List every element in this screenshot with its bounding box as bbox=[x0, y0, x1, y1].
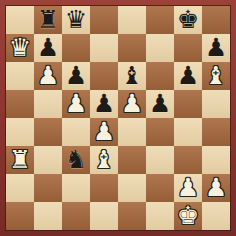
square-h1[interactable] bbox=[202, 202, 230, 230]
square-d4[interactable]: ♟ bbox=[90, 118, 118, 146]
square-g3[interactable] bbox=[174, 146, 202, 174]
square-e7[interactable] bbox=[118, 34, 146, 62]
square-b1[interactable] bbox=[34, 202, 62, 230]
square-b6[interactable]: ♟ bbox=[34, 62, 62, 90]
piece-black-knight: ♞ bbox=[62, 146, 90, 174]
square-a6[interactable] bbox=[6, 62, 34, 90]
square-f1[interactable] bbox=[146, 202, 174, 230]
square-c4[interactable] bbox=[62, 118, 90, 146]
square-f4[interactable] bbox=[146, 118, 174, 146]
square-f5[interactable]: ♟ bbox=[146, 90, 174, 118]
square-d6[interactable] bbox=[90, 62, 118, 90]
piece-white-bishop: ♝ bbox=[202, 62, 230, 90]
square-h3[interactable] bbox=[202, 146, 230, 174]
piece-white-queen: ♛ bbox=[6, 34, 34, 62]
piece-white-pawn: ♟ bbox=[118, 90, 146, 118]
square-g5[interactable] bbox=[174, 90, 202, 118]
square-g7[interactable] bbox=[174, 34, 202, 62]
piece-black-pawn: ♟ bbox=[146, 90, 174, 118]
square-b8[interactable]: ♜ bbox=[34, 6, 62, 34]
piece-white-pawn: ♟ bbox=[202, 174, 230, 202]
square-d3[interactable]: ♝ bbox=[90, 146, 118, 174]
square-a7[interactable]: ♛ bbox=[6, 34, 34, 62]
square-e6[interactable]: ♝ bbox=[118, 62, 146, 90]
square-a4[interactable] bbox=[6, 118, 34, 146]
square-a3[interactable]: ♜ bbox=[6, 146, 34, 174]
square-a1[interactable] bbox=[6, 202, 34, 230]
piece-black-pawn: ♟ bbox=[202, 34, 230, 62]
piece-white-pawn: ♟ bbox=[34, 62, 62, 90]
square-a8[interactable] bbox=[6, 6, 34, 34]
square-d2[interactable] bbox=[90, 174, 118, 202]
piece-black-pawn: ♟ bbox=[62, 62, 90, 90]
square-c2[interactable] bbox=[62, 174, 90, 202]
square-e2[interactable] bbox=[118, 174, 146, 202]
square-e3[interactable] bbox=[118, 146, 146, 174]
piece-white-rook: ♜ bbox=[6, 146, 34, 174]
piece-white-pawn: ♟ bbox=[90, 118, 118, 146]
square-f3[interactable] bbox=[146, 146, 174, 174]
square-h4[interactable] bbox=[202, 118, 230, 146]
square-c7[interactable] bbox=[62, 34, 90, 62]
board-frame: ♜♛♚♛♟♟♟♟♝♟♝♟♟♟♟♟♜♞♝♟♟♚ bbox=[0, 0, 236, 236]
square-a5[interactable] bbox=[6, 90, 34, 118]
square-g4[interactable] bbox=[174, 118, 202, 146]
square-h5[interactable] bbox=[202, 90, 230, 118]
square-b2[interactable] bbox=[34, 174, 62, 202]
square-h7[interactable]: ♟ bbox=[202, 34, 230, 62]
square-c1[interactable] bbox=[62, 202, 90, 230]
piece-black-pawn: ♟ bbox=[34, 34, 62, 62]
square-g1[interactable]: ♚ bbox=[174, 202, 202, 230]
piece-white-pawn: ♟ bbox=[62, 90, 90, 118]
piece-black-pawn: ♟ bbox=[90, 90, 118, 118]
square-a2[interactable] bbox=[6, 174, 34, 202]
square-c5[interactable]: ♟ bbox=[62, 90, 90, 118]
square-b5[interactable] bbox=[34, 90, 62, 118]
piece-black-rook: ♜ bbox=[34, 6, 62, 34]
square-d1[interactable] bbox=[90, 202, 118, 230]
square-b4[interactable] bbox=[34, 118, 62, 146]
square-g2[interactable]: ♟ bbox=[174, 174, 202, 202]
square-d5[interactable]: ♟ bbox=[90, 90, 118, 118]
square-h2[interactable]: ♟ bbox=[202, 174, 230, 202]
piece-black-bishop: ♝ bbox=[118, 62, 146, 90]
square-h8[interactable] bbox=[202, 6, 230, 34]
square-g8[interactable]: ♚ bbox=[174, 6, 202, 34]
piece-white-pawn: ♟ bbox=[174, 174, 202, 202]
square-e5[interactable]: ♟ bbox=[118, 90, 146, 118]
piece-white-bishop: ♝ bbox=[90, 146, 118, 174]
square-e8[interactable] bbox=[118, 6, 146, 34]
chess-board: ♜♛♚♛♟♟♟♟♝♟♝♟♟♟♟♟♜♞♝♟♟♚ bbox=[6, 6, 230, 230]
square-c6[interactable]: ♟ bbox=[62, 62, 90, 90]
square-b7[interactable]: ♟ bbox=[34, 34, 62, 62]
piece-white-king: ♚ bbox=[174, 202, 202, 230]
square-d7[interactable] bbox=[90, 34, 118, 62]
piece-black-king: ♚ bbox=[174, 6, 202, 34]
square-f6[interactable] bbox=[146, 62, 174, 90]
square-d8[interactable] bbox=[90, 6, 118, 34]
square-g6[interactable]: ♟ bbox=[174, 62, 202, 90]
square-f7[interactable] bbox=[146, 34, 174, 62]
square-b3[interactable] bbox=[34, 146, 62, 174]
square-f2[interactable] bbox=[146, 174, 174, 202]
square-c8[interactable]: ♛ bbox=[62, 6, 90, 34]
square-h6[interactable]: ♝ bbox=[202, 62, 230, 90]
square-e4[interactable] bbox=[118, 118, 146, 146]
piece-black-pawn: ♟ bbox=[174, 62, 202, 90]
square-e1[interactable] bbox=[118, 202, 146, 230]
square-c3[interactable]: ♞ bbox=[62, 146, 90, 174]
piece-black-queen: ♛ bbox=[62, 6, 90, 34]
square-f8[interactable] bbox=[146, 6, 174, 34]
